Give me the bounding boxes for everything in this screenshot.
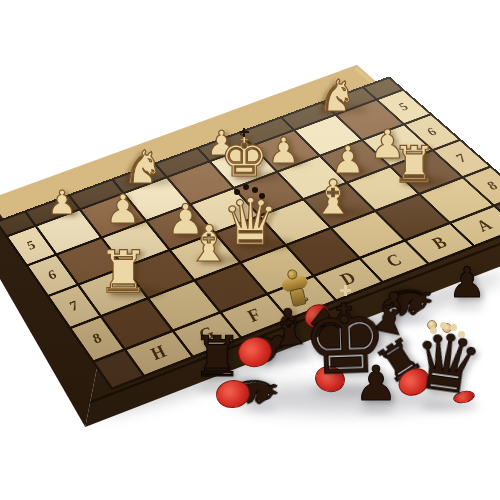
file-label-G: G <box>194 323 220 345</box>
cream-pins-dot <box>458 331 465 338</box>
file-label-C: C <box>381 251 407 271</box>
dark-piece-shadow <box>395 316 433 323</box>
file-label-H: H <box>146 342 172 365</box>
red-felt-base <box>452 389 476 405</box>
dark-rook-lying: ♜ <box>368 328 430 392</box>
cream-wooden-ball <box>442 323 452 333</box>
rank-label-right-6: 6 <box>422 125 442 140</box>
cream-wooden-ball <box>427 320 437 330</box>
dark-piece-shadow <box>420 400 479 411</box>
file-label-F: F <box>242 305 267 326</box>
dark-piece-shadow <box>452 303 484 309</box>
rank-label-left-8: 8 <box>88 329 107 348</box>
red-felt-base <box>394 363 434 401</box>
file-label-B: B <box>426 233 453 253</box>
rank-label-left-5: 5 <box>23 237 40 254</box>
file-label-E: E <box>289 287 315 308</box>
dark-queen-standing: ♛ <box>407 320 487 407</box>
dark-piece-shadow <box>197 384 239 392</box>
file-label-D: D <box>335 269 362 290</box>
rank-label-right-8: 8 <box>481 178 500 194</box>
dark-bishop-leaning: ♝ <box>360 281 421 346</box>
file-label-A: A <box>471 216 498 236</box>
red-felt-base <box>214 378 252 410</box>
dark-piece-shadow <box>382 375 418 382</box>
dark-piece-shadow <box>259 357 291 363</box>
rank-label-right-5: 5 <box>394 100 414 114</box>
dark-piece-shadow <box>272 352 310 359</box>
dark-piece-shadow <box>359 406 395 413</box>
rank-label-left-7: 7 <box>65 297 83 315</box>
product-photo-stage: 55667788HGFEDCBA ♜♟♟♞♟♝♛♚♟♟♝♟♟♜♞♜♟♞♝♟♚♝♞… <box>0 0 500 500</box>
chess-board: 55667788HGFEDCBA <box>0 76 500 390</box>
dark-knight-lying: ♞ <box>232 363 289 417</box>
dark-pawn-standing: ♟ <box>354 359 397 407</box>
rank-label-left-6: 6 <box>44 266 61 283</box>
dark-piece-shadow <box>311 384 383 397</box>
dark-piece-shadow <box>244 405 279 411</box>
dark-piece-shadow <box>370 340 412 348</box>
pile-floor-shadow <box>225 383 455 413</box>
dark-piece-shadow <box>315 334 341 339</box>
cream-pins-dot <box>450 324 457 331</box>
dark-pawn-standing: ♟ <box>448 262 486 304</box>
red-felt-base <box>312 363 347 395</box>
cream-pins-dot <box>440 322 447 329</box>
rank-label-right-7: 7 <box>451 151 472 166</box>
cream-pins-dot <box>430 327 437 334</box>
